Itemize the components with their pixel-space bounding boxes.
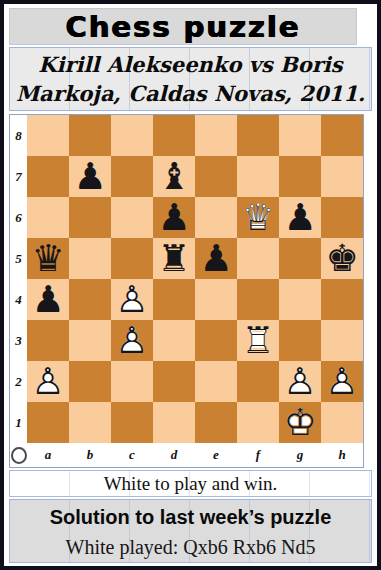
piece-black-pawn[interactable]: ♟ xyxy=(279,197,321,238)
square-d6[interactable]: ♟ xyxy=(153,197,195,238)
square-d5[interactable]: ♜ xyxy=(153,238,195,279)
square-d3[interactable] xyxy=(153,320,195,361)
square-e7[interactable] xyxy=(195,156,237,197)
square-b4[interactable] xyxy=(69,279,111,320)
square-f1[interactable] xyxy=(237,402,279,443)
file-label-c: c xyxy=(111,443,153,467)
square-e5[interactable]: ♟ xyxy=(195,238,237,279)
piece-black-queen[interactable]: ♛ xyxy=(27,238,69,279)
square-a6[interactable] xyxy=(27,197,69,238)
square-f5[interactable] xyxy=(237,238,279,279)
square-d2[interactable] xyxy=(153,361,195,402)
square-h7[interactable] xyxy=(321,156,363,197)
square-g2[interactable]: ♟♙ xyxy=(279,361,321,402)
piece-white-rook[interactable]: ♜♖ xyxy=(237,320,279,361)
square-g6[interactable]: ♟ xyxy=(279,197,321,238)
subtitle-line-2: Markoja, Caldas Novas, 2011. xyxy=(16,79,365,108)
square-g5[interactable] xyxy=(279,238,321,279)
puzzle-page: Chess puzzle Kirill Alekseenko vs Boris … xyxy=(0,0,381,570)
square-h8[interactable] xyxy=(321,115,363,156)
piece-white-pawn[interactable]: ♟♙ xyxy=(279,361,321,402)
rank-label-8: 8 xyxy=(10,115,27,156)
square-h3[interactable] xyxy=(321,320,363,361)
rank-label-5: 5 xyxy=(10,238,27,279)
square-e1[interactable] xyxy=(195,402,237,443)
file-label-h: h xyxy=(321,443,363,467)
file-label-b: b xyxy=(69,443,111,467)
square-b5[interactable] xyxy=(69,238,111,279)
square-e3[interactable] xyxy=(195,320,237,361)
game-players-subtitle: Kirill Alekseenko vs Boris Markoja, Cald… xyxy=(9,47,372,111)
square-d8[interactable] xyxy=(153,115,195,156)
square-f4[interactable] xyxy=(237,279,279,320)
square-a5[interactable]: ♛ xyxy=(27,238,69,279)
square-g8[interactable] xyxy=(279,115,321,156)
square-a4[interactable]: ♟ xyxy=(27,279,69,320)
square-a1[interactable] xyxy=(27,402,69,443)
piece-black-bishop[interactable]: ♝ xyxy=(153,156,195,197)
rank-label-6: 6 xyxy=(10,197,27,238)
square-c7[interactable] xyxy=(111,156,153,197)
square-h1[interactable] xyxy=(321,402,363,443)
square-a8[interactable] xyxy=(27,115,69,156)
square-d7[interactable]: ♝ xyxy=(153,156,195,197)
file-label-g: g xyxy=(279,443,321,467)
square-c5[interactable] xyxy=(111,238,153,279)
square-a2[interactable]: ♟♙ xyxy=(27,361,69,402)
square-d4[interactable] xyxy=(153,279,195,320)
square-e8[interactable] xyxy=(195,115,237,156)
square-e6[interactable] xyxy=(195,197,237,238)
square-c2[interactable] xyxy=(111,361,153,402)
piece-black-rook[interactable]: ♜ xyxy=(153,238,195,279)
rank-label-1: 1 xyxy=(10,402,27,443)
file-label-e: e xyxy=(195,443,237,467)
square-e4[interactable] xyxy=(195,279,237,320)
subtitle-line-1: Kirill Alekseenko vs Boris xyxy=(38,50,342,79)
piece-white-queen[interactable]: ♛♕ xyxy=(237,197,279,238)
square-b1[interactable] xyxy=(69,402,111,443)
square-b8[interactable] xyxy=(69,115,111,156)
rank-label-7: 7 xyxy=(10,156,27,197)
square-h6[interactable] xyxy=(321,197,363,238)
piece-black-pawn[interactable]: ♟ xyxy=(27,279,69,320)
file-label-f: f xyxy=(237,443,279,467)
square-c3[interactable]: ♟♙ xyxy=(111,320,153,361)
caption-white-to-play: White to play and win. xyxy=(9,470,372,497)
file-label-d: d xyxy=(153,443,195,467)
solution-moves: White played: Qxb6 Rxb6 Nd5 xyxy=(66,533,316,561)
piece-black-pawn[interactable]: ♟ xyxy=(195,238,237,279)
square-d1[interactable] xyxy=(153,402,195,443)
square-b7[interactable]: ♟ xyxy=(69,156,111,197)
square-f3[interactable]: ♜♖ xyxy=(237,320,279,361)
square-c6[interactable] xyxy=(111,197,153,238)
piece-white-pawn[interactable]: ♟♙ xyxy=(111,320,153,361)
solution-box: Solution to last week’s puzzle White pla… xyxy=(9,499,372,563)
square-b3[interactable] xyxy=(69,320,111,361)
square-h4[interactable] xyxy=(321,279,363,320)
square-h2[interactable]: ♟♙ xyxy=(321,361,363,402)
file-label-a: a xyxy=(27,443,69,467)
square-f2[interactable] xyxy=(237,361,279,402)
square-e2[interactable] xyxy=(195,361,237,402)
square-a7[interactable] xyxy=(27,156,69,197)
square-g3[interactable] xyxy=(279,320,321,361)
piece-black-king[interactable]: ♚ xyxy=(321,238,363,279)
square-g4[interactable] xyxy=(279,279,321,320)
square-c4[interactable]: ♟♙ xyxy=(111,279,153,320)
side-to-move-indicator xyxy=(11,447,27,464)
square-f6[interactable]: ♛♕ xyxy=(237,197,279,238)
square-h5[interactable]: ♚ xyxy=(321,238,363,279)
square-c1[interactable] xyxy=(111,402,153,443)
board-frame: 87♟♝6♟♛♕♟5♛♜♟♚4♟♟♙3♟♙♜♖2♟♙♟♙♟♙1♚♔abcdefg… xyxy=(9,114,364,468)
board-corner xyxy=(10,443,27,467)
rank-label-4: 4 xyxy=(10,279,27,320)
rank-label-3: 3 xyxy=(10,320,27,361)
solution-heading: Solution to last week’s puzzle xyxy=(50,501,332,533)
square-b6[interactable] xyxy=(69,197,111,238)
piece-white-king[interactable]: ♚♔ xyxy=(279,402,321,443)
piece-white-pawn[interactable]: ♟♙ xyxy=(27,361,69,402)
piece-white-pawn[interactable]: ♟♙ xyxy=(321,361,363,402)
piece-white-pawn[interactable]: ♟♙ xyxy=(111,279,153,320)
rank-label-2: 2 xyxy=(10,361,27,402)
piece-black-pawn[interactable]: ♟ xyxy=(69,156,111,197)
square-f7[interactable] xyxy=(237,156,279,197)
square-f8[interactable] xyxy=(237,115,279,156)
square-g7[interactable] xyxy=(279,156,321,197)
square-a3[interactable] xyxy=(27,320,69,361)
square-c8[interactable] xyxy=(111,115,153,156)
piece-black-pawn[interactable]: ♟ xyxy=(153,197,195,238)
page-title: Chess puzzle xyxy=(9,8,357,45)
square-g1[interactable]: ♚♔ xyxy=(279,402,321,443)
chess-board: 87♟♝6♟♛♕♟5♛♜♟♚4♟♟♙3♟♙♜♖2♟♙♟♙♟♙1♚♔abcdefg… xyxy=(10,115,363,467)
square-b2[interactable] xyxy=(69,361,111,402)
